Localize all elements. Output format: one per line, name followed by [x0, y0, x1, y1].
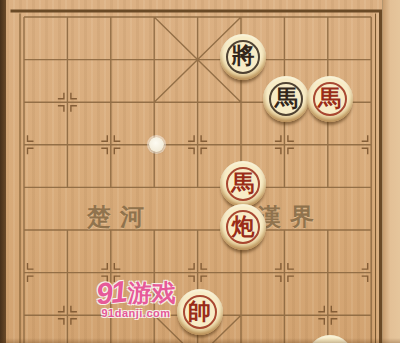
piece-red-general[interactable]: 帥: [177, 289, 223, 335]
river-label-chu: 楚河: [87, 201, 153, 233]
piece-red-cannon[interactable]: 炮: [220, 204, 266, 250]
piece-glyph: 炮: [232, 215, 255, 238]
bottom-crop-shade: [0, 338, 400, 343]
piece-glyph: 馬: [232, 172, 255, 195]
piece-black-general[interactable]: 將: [220, 34, 266, 80]
piece-red-horse-1[interactable]: 馬: [307, 76, 353, 122]
piece-glyph: 馬: [275, 87, 298, 110]
board-left-edge: [0, 0, 6, 343]
piece-glyph: 馬: [318, 87, 341, 110]
table-surface-right: [382, 0, 400, 343]
piece-glyph: 帥: [188, 300, 211, 323]
piece-glyph: 將: [232, 44, 255, 67]
xiangqi-board[interactable]: 楚河 漢界 將馬馬馬炮帥 91游戏 91danji.com: [0, 0, 400, 343]
last-move-highlight-dot: [149, 137, 164, 152]
river-label-han: 漢界: [257, 201, 323, 233]
